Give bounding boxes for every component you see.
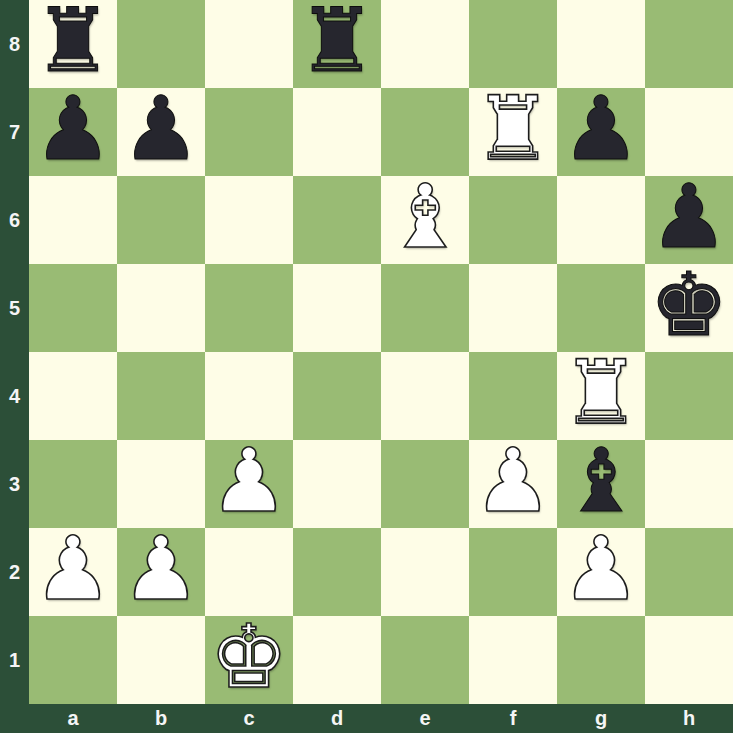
white-bishop[interactable]: ♝ xyxy=(386,173,465,261)
square-c2[interactable] xyxy=(205,528,293,616)
file-labels: abcdefgh xyxy=(29,704,733,733)
square-f5[interactable] xyxy=(469,264,557,352)
black-bishop[interactable]: ♝ xyxy=(562,437,641,525)
square-e6[interactable]: ♝ xyxy=(381,176,469,264)
white-rook[interactable]: ♜ xyxy=(474,85,553,173)
black-pawn[interactable]: ♟ xyxy=(650,173,729,261)
square-f1[interactable] xyxy=(469,616,557,704)
square-a7[interactable]: ♟ xyxy=(29,88,117,176)
square-f2[interactable] xyxy=(469,528,557,616)
file-label-e: e xyxy=(381,704,469,733)
square-b6[interactable] xyxy=(117,176,205,264)
square-c7[interactable] xyxy=(205,88,293,176)
white-pawn[interactable]: ♟ xyxy=(210,437,289,525)
square-g5[interactable] xyxy=(557,264,645,352)
square-b8[interactable] xyxy=(117,0,205,88)
square-e7[interactable] xyxy=(381,88,469,176)
black-pawn[interactable]: ♟ xyxy=(34,85,113,173)
square-e4[interactable] xyxy=(381,352,469,440)
square-e3[interactable] xyxy=(381,440,469,528)
square-e5[interactable] xyxy=(381,264,469,352)
square-g6[interactable] xyxy=(557,176,645,264)
white-pawn[interactable]: ♟ xyxy=(562,525,641,613)
rank-label-6: 6 xyxy=(0,176,29,264)
square-f6[interactable] xyxy=(469,176,557,264)
square-b7[interactable]: ♟ xyxy=(117,88,205,176)
square-b1[interactable] xyxy=(117,616,205,704)
black-pawn[interactable]: ♟ xyxy=(122,85,201,173)
white-pawn[interactable]: ♟ xyxy=(474,437,553,525)
square-f7[interactable]: ♜ xyxy=(469,88,557,176)
rank-labels: 87654321 xyxy=(0,0,29,704)
square-d5[interactable] xyxy=(293,264,381,352)
black-rook[interactable]: ♜ xyxy=(298,0,377,85)
file-label-b: b xyxy=(117,704,205,733)
square-d2[interactable] xyxy=(293,528,381,616)
square-h5[interactable]: ♚ xyxy=(645,264,733,352)
square-h6[interactable]: ♟ xyxy=(645,176,733,264)
square-a5[interactable] xyxy=(29,264,117,352)
file-label-g: g xyxy=(557,704,645,733)
white-pawn[interactable]: ♟ xyxy=(122,525,201,613)
square-d3[interactable] xyxy=(293,440,381,528)
square-g3[interactable]: ♝ xyxy=(557,440,645,528)
square-d8[interactable]: ♜ xyxy=(293,0,381,88)
rank-label-4: 4 xyxy=(0,352,29,440)
rank-label-1: 1 xyxy=(0,616,29,704)
rank-label-5: 5 xyxy=(0,264,29,352)
square-a6[interactable] xyxy=(29,176,117,264)
square-e1[interactable] xyxy=(381,616,469,704)
square-g8[interactable] xyxy=(557,0,645,88)
square-c5[interactable] xyxy=(205,264,293,352)
square-a3[interactable] xyxy=(29,440,117,528)
square-g2[interactable]: ♟ xyxy=(557,528,645,616)
black-king[interactable]: ♚ xyxy=(650,261,729,349)
square-b4[interactable] xyxy=(117,352,205,440)
square-e2[interactable] xyxy=(381,528,469,616)
chess-board: ♜♜♟♟♜♟♝♟♚♜♟♟♝♟♟♟♚ xyxy=(29,0,733,704)
square-h1[interactable] xyxy=(645,616,733,704)
square-b2[interactable]: ♟ xyxy=(117,528,205,616)
square-e8[interactable] xyxy=(381,0,469,88)
white-pawn[interactable]: ♟ xyxy=(34,525,113,613)
rank-label-7: 7 xyxy=(0,88,29,176)
square-f4[interactable] xyxy=(469,352,557,440)
square-c4[interactable] xyxy=(205,352,293,440)
file-label-f: f xyxy=(469,704,557,733)
rank-label-2: 2 xyxy=(0,528,29,616)
square-h7[interactable] xyxy=(645,88,733,176)
file-label-a: a xyxy=(29,704,117,733)
square-a1[interactable] xyxy=(29,616,117,704)
square-a8[interactable]: ♜ xyxy=(29,0,117,88)
square-d4[interactable] xyxy=(293,352,381,440)
file-label-d: d xyxy=(293,704,381,733)
rank-label-3: 3 xyxy=(0,440,29,528)
square-g7[interactable]: ♟ xyxy=(557,88,645,176)
square-f8[interactable] xyxy=(469,0,557,88)
square-a4[interactable] xyxy=(29,352,117,440)
rank-label-8: 8 xyxy=(0,0,29,88)
square-b5[interactable] xyxy=(117,264,205,352)
white-king[interactable]: ♚ xyxy=(210,613,289,701)
square-g4[interactable]: ♜ xyxy=(557,352,645,440)
square-c6[interactable] xyxy=(205,176,293,264)
chessboard-app: 87654321 ♜♜♟♟♜♟♝♟♚♜♟♟♝♟♟♟♚ abcdefgh xyxy=(0,0,733,733)
black-pawn[interactable]: ♟ xyxy=(562,85,641,173)
square-h3[interactable] xyxy=(645,440,733,528)
square-c8[interactable] xyxy=(205,0,293,88)
file-label-c: c xyxy=(205,704,293,733)
square-g1[interactable] xyxy=(557,616,645,704)
square-b3[interactable] xyxy=(117,440,205,528)
square-d1[interactable] xyxy=(293,616,381,704)
square-c1[interactable]: ♚ xyxy=(205,616,293,704)
square-d6[interactable] xyxy=(293,176,381,264)
square-d7[interactable] xyxy=(293,88,381,176)
white-rook[interactable]: ♜ xyxy=(562,349,641,437)
black-rook[interactable]: ♜ xyxy=(34,0,113,85)
file-label-h: h xyxy=(645,704,733,733)
square-c3[interactable]: ♟ xyxy=(205,440,293,528)
square-h4[interactable] xyxy=(645,352,733,440)
square-h2[interactable] xyxy=(645,528,733,616)
square-f3[interactable]: ♟ xyxy=(469,440,557,528)
square-a2[interactable]: ♟ xyxy=(29,528,117,616)
square-h8[interactable] xyxy=(645,0,733,88)
